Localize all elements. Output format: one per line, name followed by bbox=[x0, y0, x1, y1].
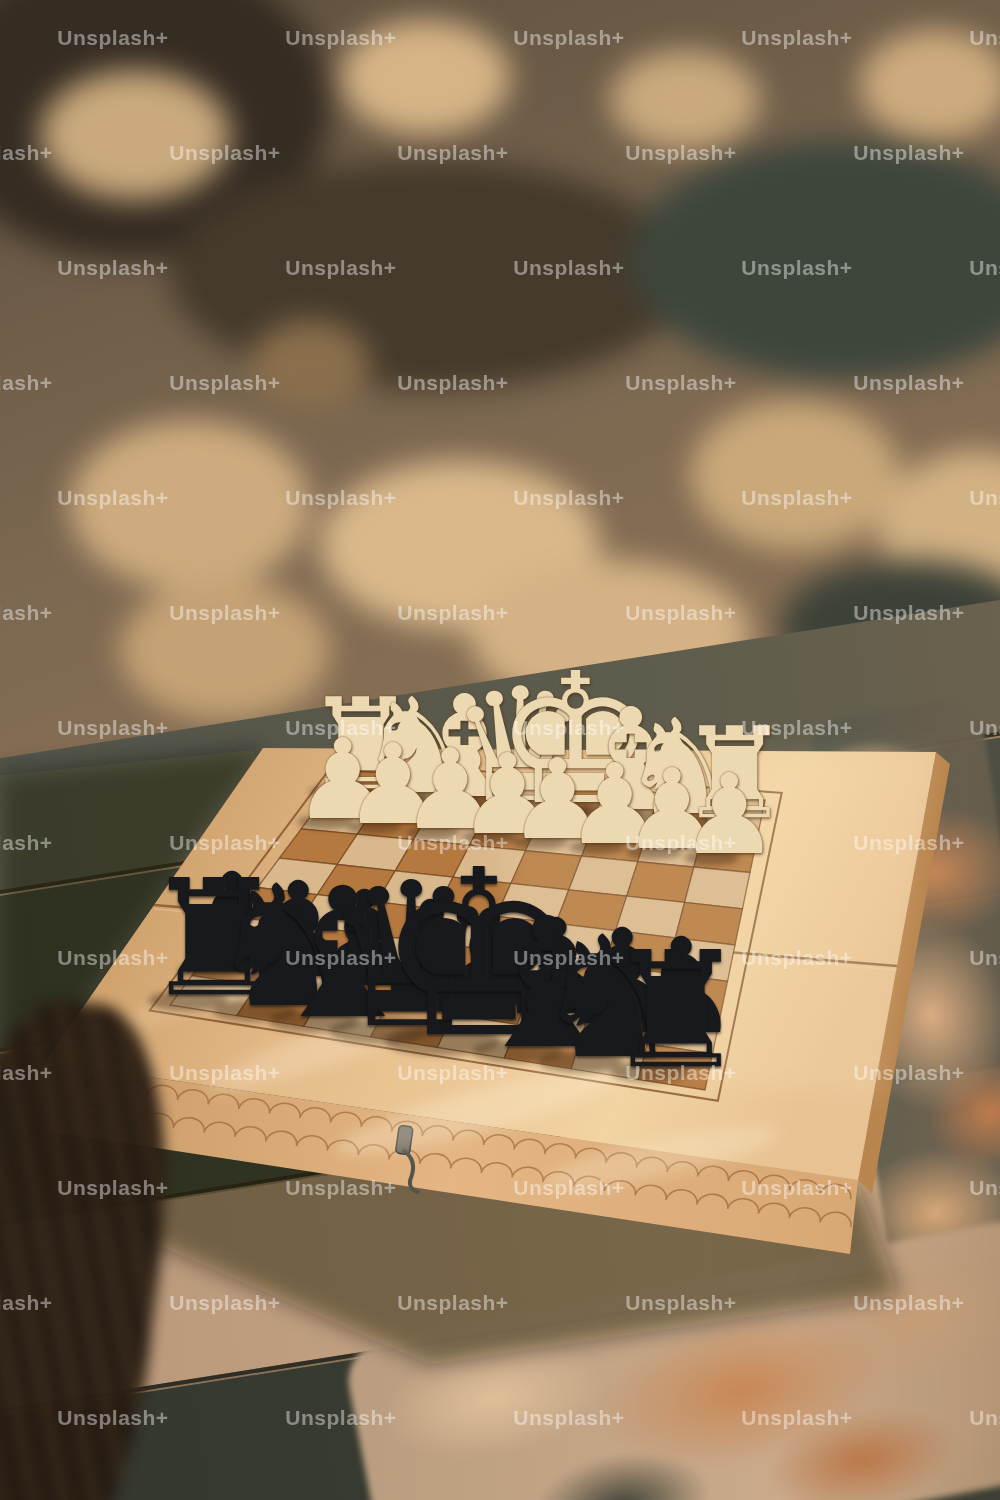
watermark-text: Unsplash+ bbox=[0, 141, 53, 165]
watermark-text: Unsplash+ bbox=[969, 1176, 1000, 1200]
watermark-text: Unsplash+ bbox=[285, 1176, 396, 1200]
watermark-text: Unsplash+ bbox=[741, 716, 852, 740]
watermark-text: Unsplash+ bbox=[397, 1291, 508, 1315]
watermark-text: Unsplash+ bbox=[625, 141, 736, 165]
watermark-text: Unsplash+ bbox=[57, 26, 168, 50]
watermark-text: Unsplash+ bbox=[969, 716, 1000, 740]
watermark-text: Unsplash+ bbox=[625, 371, 736, 395]
watermark-text: Unsplash+ bbox=[285, 256, 396, 280]
watermark-text: Unsplash+ bbox=[513, 256, 624, 280]
watermark-text: Unsplash+ bbox=[57, 946, 168, 970]
watermark-text: Unsplash+ bbox=[397, 831, 508, 855]
watermark-text: Unsplash+ bbox=[0, 601, 53, 625]
watermark-text: Unsplash+ bbox=[625, 1061, 736, 1085]
watermark-text: Unsplash+ bbox=[57, 716, 168, 740]
watermark-text: Unsplash+ bbox=[853, 141, 964, 165]
watermark-text: Unsplash+ bbox=[285, 486, 396, 510]
watermark-text: Unsplash+ bbox=[169, 831, 280, 855]
watermark-text: Unsplash+ bbox=[397, 1061, 508, 1085]
watermark-text: Unsplash+ bbox=[285, 716, 396, 740]
watermark-text: Unsplash+ bbox=[741, 256, 852, 280]
watermark-text: Unsplash+ bbox=[513, 486, 624, 510]
watermark-text: Unsplash+ bbox=[625, 831, 736, 855]
watermark-text: Unsplash+ bbox=[397, 601, 508, 625]
photo-chess-board-on-bench: ♜♞♝♛♚♝♞♜♟♟♟♟♟♟♟♟♟♟♟♟♟♟♟♟♜♞♝♛♚♝♞♜ Unsplas… bbox=[0, 0, 1000, 1500]
watermark-text: Unsplash+ bbox=[513, 946, 624, 970]
watermark-text: Unsplash+ bbox=[853, 1291, 964, 1315]
watermark-text: Unsplash+ bbox=[625, 601, 736, 625]
watermark-text: Unsplash+ bbox=[169, 601, 280, 625]
watermark-text: Unsplash+ bbox=[0, 371, 53, 395]
watermark-text: Unsplash+ bbox=[169, 1061, 280, 1085]
watermark-text: Unsplash+ bbox=[285, 26, 396, 50]
watermark-text: Unsplash+ bbox=[57, 486, 168, 510]
watermark-text: Unsplash+ bbox=[741, 1406, 852, 1430]
watermark-text: Unsplash+ bbox=[0, 1291, 53, 1315]
watermark-text: Unsplash+ bbox=[57, 1176, 168, 1200]
watermark-text: Unsplash+ bbox=[397, 371, 508, 395]
watermark-text: Unsplash+ bbox=[513, 1406, 624, 1430]
watermark-text: Unsplash+ bbox=[853, 601, 964, 625]
watermark-text: Unsplash+ bbox=[513, 1176, 624, 1200]
watermark-text: Unsplash+ bbox=[853, 831, 964, 855]
watermark-text: Unsplash+ bbox=[969, 256, 1000, 280]
watermark-text: Unsplash+ bbox=[969, 1406, 1000, 1430]
watermark-text: Unsplash+ bbox=[513, 716, 624, 740]
watermark-text: Unsplash+ bbox=[513, 26, 624, 50]
watermark-text: Unsplash+ bbox=[57, 1406, 168, 1430]
watermark-text: Unsplash+ bbox=[0, 831, 53, 855]
watermark-text: Unsplash+ bbox=[57, 256, 168, 280]
watermark-text: Unsplash+ bbox=[741, 1176, 852, 1200]
watermark-layer: Unsplash+Unsplash+Unsplash+Unsplash+Unsp… bbox=[0, 0, 1000, 1500]
watermark-text: Unsplash+ bbox=[285, 1406, 396, 1430]
watermark-text: Unsplash+ bbox=[741, 486, 852, 510]
watermark-text: Unsplash+ bbox=[625, 1291, 736, 1315]
watermark-text: Unsplash+ bbox=[969, 26, 1000, 50]
watermark-text: Unsplash+ bbox=[741, 26, 852, 50]
watermark-text: Unsplash+ bbox=[169, 371, 280, 395]
watermark-text: Unsplash+ bbox=[853, 371, 964, 395]
watermark-text: Unsplash+ bbox=[169, 141, 280, 165]
watermark-text: Unsplash+ bbox=[397, 141, 508, 165]
watermark-text: Unsplash+ bbox=[741, 946, 852, 970]
watermark-text: Unsplash+ bbox=[169, 1291, 280, 1315]
watermark-text: Unsplash+ bbox=[969, 486, 1000, 510]
watermark-text: Unsplash+ bbox=[853, 1061, 964, 1085]
watermark-text: Unsplash+ bbox=[0, 1061, 53, 1085]
watermark-text: Unsplash+ bbox=[969, 946, 1000, 970]
watermark-text: Unsplash+ bbox=[285, 946, 396, 970]
